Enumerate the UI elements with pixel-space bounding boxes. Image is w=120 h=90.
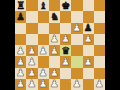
piece-white-pawn[interactable]: ♟ [50, 79, 59, 89]
square-a3[interactable]: ♟ [15, 56, 26, 67]
square-b6[interactable] [26, 23, 37, 34]
piece-white-pawn[interactable]: ♟ [61, 34, 70, 44]
square-h3[interactable] [94, 56, 105, 67]
square-g1[interactable] [83, 79, 94, 90]
square-c5[interactable] [38, 34, 49, 45]
piece-white-pawn[interactable]: ♟ [16, 56, 25, 66]
video-frame: ♜♝♚♟♞♟♟♟♟♟♟♟♟♟♛♟♟♟♟♟♟♟♟♟♟♟♟♟♟ ··· [0, 0, 120, 90]
piece-black-bishop[interactable]: ♝ [39, 0, 48, 10]
chess-board: ♜♝♚♟♞♟♟♟♟♟♟♟♟♟♛♟♟♟♟♟♟♟♟♟♟♟♟♟♟ [15, 0, 105, 90]
square-f1[interactable]: ♟ [71, 79, 82, 90]
piece-white-pawn[interactable]: ♟ [39, 45, 48, 55]
square-e5[interactable]: ♟ [60, 34, 71, 45]
square-f2[interactable] [71, 68, 82, 79]
square-c6[interactable] [38, 23, 49, 34]
square-g3[interactable]: ♟ [83, 56, 94, 67]
square-d5[interactable]: ♟ [49, 34, 60, 45]
piece-white-pawn[interactable]: ♟ [84, 34, 93, 44]
piece-white-pawn[interactable]: ♟ [72, 79, 81, 89]
piece-white-pawn[interactable]: ♟ [50, 45, 59, 55]
piece-white-pawn[interactable]: ♟ [27, 79, 36, 89]
square-d7[interactable]: ♞ [49, 11, 60, 22]
square-d1[interactable]: ♟ [49, 79, 60, 90]
square-f8[interactable] [71, 0, 82, 11]
square-b1[interactable]: ♟ [26, 79, 37, 90]
square-e4[interactable]: ♛ [60, 45, 71, 56]
square-g6[interactable]: ♟ [83, 23, 94, 34]
square-g8[interactable] [83, 0, 94, 11]
square-b2[interactable]: ♟ [26, 68, 37, 79]
piece-white-pawn[interactable]: ♟ [61, 56, 70, 66]
square-c7[interactable] [38, 11, 49, 22]
square-g7[interactable] [83, 11, 94, 22]
square-d6[interactable] [49, 23, 60, 34]
square-b7[interactable] [26, 11, 37, 22]
square-c3[interactable] [38, 56, 49, 67]
square-a2[interactable]: ♟ [15, 68, 26, 79]
square-h8[interactable] [94, 0, 105, 11]
square-a6[interactable] [15, 23, 26, 34]
square-e7[interactable] [60, 11, 71, 22]
piece-white-pawn[interactable]: ♟ [72, 23, 81, 33]
square-g5[interactable]: ♟ [83, 34, 94, 45]
square-c8[interactable]: ♝ [38, 0, 49, 11]
square-f3[interactable] [71, 56, 82, 67]
square-e3[interactable]: ♟ [60, 56, 71, 67]
piece-white-pawn[interactable]: ♟ [27, 45, 36, 55]
piece-white-pawn[interactable]: ♟ [95, 79, 104, 89]
piece-white-pawn[interactable]: ♟ [50, 34, 59, 44]
square-h1[interactable]: ♟ [94, 79, 105, 90]
piece-white-pawn[interactable]: ♟ [50, 68, 59, 78]
square-c4[interactable]: ♟ [38, 45, 49, 56]
square-a1[interactable]: ♟ [15, 79, 26, 90]
square-g4[interactable] [83, 45, 94, 56]
square-f7[interactable] [71, 11, 82, 22]
piece-white-pawn[interactable]: ♟ [16, 79, 25, 89]
square-a5[interactable] [15, 34, 26, 45]
square-d2[interactable]: ♟ [49, 68, 60, 79]
square-f4[interactable] [71, 45, 82, 56]
piece-white-pawn[interactable]: ♟ [27, 56, 36, 66]
square-a8[interactable]: ♜ [15, 0, 26, 11]
square-b5[interactable] [26, 34, 37, 45]
square-h2[interactable] [94, 68, 105, 79]
piece-black-knight[interactable]: ♞ [50, 11, 59, 21]
square-d3[interactable] [49, 56, 60, 67]
piece-black-pawn[interactable]: ♟ [84, 23, 93, 33]
piece-white-pawn[interactable]: ♟ [27, 68, 36, 78]
square-f5[interactable] [71, 34, 82, 45]
square-h4[interactable] [94, 45, 105, 56]
square-c2[interactable]: ♟ [38, 68, 49, 79]
piece-black-queen[interactable]: ♛ [61, 45, 70, 55]
piece-white-pawn[interactable]: ♟ [39, 79, 48, 89]
square-h5[interactable] [94, 34, 105, 45]
piece-black-pawn[interactable]: ♟ [16, 11, 25, 21]
piece-white-pawn[interactable]: ♟ [39, 68, 48, 78]
square-d4[interactable]: ♟ [49, 45, 60, 56]
piece-black-king[interactable]: ♚ [61, 0, 70, 10]
square-b8[interactable] [26, 0, 37, 11]
letterbox-right [105, 0, 120, 90]
piece-black-rook[interactable]: ♜ [16, 0, 25, 10]
piece-white-pawn[interactable]: ♟ [84, 56, 93, 66]
square-f6[interactable]: ♟ [71, 23, 82, 34]
piece-white-pawn[interactable]: ♟ [16, 68, 25, 78]
piece-white-pawn[interactable]: ♟ [16, 45, 25, 55]
square-c1[interactable]: ♟ [38, 79, 49, 90]
square-a7[interactable]: ♟ [15, 11, 26, 22]
square-e6[interactable] [60, 23, 71, 34]
square-g2[interactable] [83, 68, 94, 79]
square-a4[interactable]: ♟ [15, 45, 26, 56]
square-e2[interactable] [60, 68, 71, 79]
square-b4[interactable]: ♟ [26, 45, 37, 56]
square-d8[interactable] [49, 0, 60, 11]
square-e8[interactable]: ♚ [60, 0, 71, 11]
square-b3[interactable]: ♟ [26, 56, 37, 67]
square-h7[interactable] [94, 11, 105, 22]
square-e1[interactable] [60, 79, 71, 90]
square-h6[interactable] [94, 23, 105, 34]
letterbox-left [0, 0, 15, 90]
